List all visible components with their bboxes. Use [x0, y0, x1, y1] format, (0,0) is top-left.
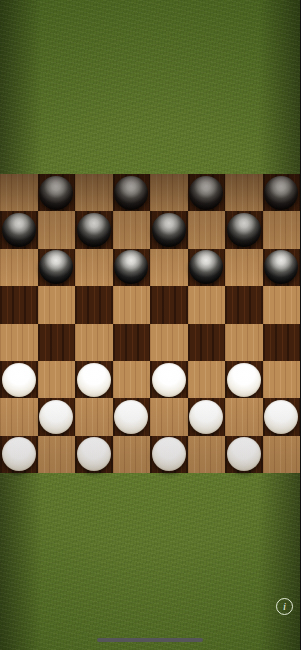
black-piece[interactable] [114, 250, 148, 284]
square-r5c5[interactable] [150, 324, 188, 361]
square-r8c3[interactable] [75, 436, 113, 473]
square-r7c7[interactable] [225, 398, 263, 435]
square-r6c6[interactable] [188, 361, 226, 398]
square-r3c3[interactable] [75, 249, 113, 286]
black-piece[interactable] [264, 250, 298, 284]
square-r7c3[interactable] [75, 398, 113, 435]
black-piece[interactable] [39, 176, 73, 210]
square-r1c3[interactable] [75, 174, 113, 211]
square-r3c6[interactable] [188, 249, 226, 286]
square-r2c3[interactable] [75, 211, 113, 248]
square-r5c8[interactable] [263, 324, 301, 361]
white-piece[interactable] [77, 363, 111, 397]
white-piece[interactable] [189, 400, 223, 434]
square-r7c8[interactable] [263, 398, 301, 435]
white-piece[interactable] [264, 400, 298, 434]
white-piece[interactable] [227, 437, 261, 471]
square-r7c1[interactable] [0, 398, 38, 435]
square-r1c7[interactable] [225, 174, 263, 211]
square-r8c6[interactable] [188, 436, 226, 473]
square-r8c1[interactable] [0, 436, 38, 473]
black-piece[interactable] [114, 176, 148, 210]
app-screen: i [0, 0, 300, 650]
square-r8c8[interactable] [263, 436, 301, 473]
square-r1c6[interactable] [188, 174, 226, 211]
black-piece[interactable] [39, 250, 73, 284]
white-piece[interactable] [114, 400, 148, 434]
white-piece[interactable] [39, 400, 73, 434]
square-r3c1[interactable] [0, 249, 38, 286]
square-r3c2[interactable] [38, 249, 76, 286]
white-piece[interactable] [227, 363, 261, 397]
square-r3c4[interactable] [113, 249, 151, 286]
square-r6c3[interactable] [75, 361, 113, 398]
square-r6c8[interactable] [263, 361, 301, 398]
square-r8c5[interactable] [150, 436, 188, 473]
square-r5c4[interactable] [113, 324, 151, 361]
square-r4c2[interactable] [38, 286, 76, 323]
square-r5c7[interactable] [225, 324, 263, 361]
white-piece[interactable] [2, 437, 36, 471]
black-piece[interactable] [264, 176, 298, 210]
black-piece[interactable] [189, 176, 223, 210]
square-r2c8[interactable] [263, 211, 301, 248]
black-piece[interactable] [2, 213, 36, 247]
square-r2c2[interactable] [38, 211, 76, 248]
white-piece[interactable] [152, 437, 186, 471]
square-r3c5[interactable] [150, 249, 188, 286]
square-r4c6[interactable] [188, 286, 226, 323]
square-r2c6[interactable] [188, 211, 226, 248]
square-r3c7[interactable] [225, 249, 263, 286]
square-r1c8[interactable] [263, 174, 301, 211]
square-r4c4[interactable] [113, 286, 151, 323]
square-r1c2[interactable] [38, 174, 76, 211]
square-r5c3[interactable] [75, 324, 113, 361]
square-r7c2[interactable] [38, 398, 76, 435]
square-r6c2[interactable] [38, 361, 76, 398]
square-r4c5[interactable] [150, 286, 188, 323]
square-r7c5[interactable] [150, 398, 188, 435]
square-r1c1[interactable] [0, 174, 38, 211]
black-piece[interactable] [189, 250, 223, 284]
square-r8c4[interactable] [113, 436, 151, 473]
checkers-board[interactable] [0, 174, 300, 473]
square-r6c4[interactable] [113, 361, 151, 398]
black-piece[interactable] [227, 213, 261, 247]
white-piece[interactable] [152, 363, 186, 397]
square-r3c8[interactable] [263, 249, 301, 286]
square-r6c7[interactable] [225, 361, 263, 398]
square-r5c1[interactable] [0, 324, 38, 361]
square-r8c7[interactable] [225, 436, 263, 473]
square-r2c5[interactable] [150, 211, 188, 248]
square-r4c3[interactable] [75, 286, 113, 323]
square-r5c6[interactable] [188, 324, 226, 361]
square-r4c8[interactable] [263, 286, 301, 323]
white-piece[interactable] [77, 437, 111, 471]
square-r1c4[interactable] [113, 174, 151, 211]
square-r7c6[interactable] [188, 398, 226, 435]
square-r6c1[interactable] [0, 361, 38, 398]
square-r8c2[interactable] [38, 436, 76, 473]
info-icon: i [283, 601, 286, 612]
info-button[interactable]: i [276, 598, 293, 615]
square-r4c7[interactable] [225, 286, 263, 323]
square-r5c2[interactable] [38, 324, 76, 361]
square-r4c1[interactable] [0, 286, 38, 323]
black-piece[interactable] [152, 213, 186, 247]
black-piece[interactable] [77, 213, 111, 247]
square-r2c4[interactable] [113, 211, 151, 248]
square-r2c1[interactable] [0, 211, 38, 248]
square-r6c5[interactable] [150, 361, 188, 398]
square-r7c4[interactable] [113, 398, 151, 435]
white-piece[interactable] [2, 363, 36, 397]
home-indicator[interactable] [97, 638, 203, 642]
square-r1c5[interactable] [150, 174, 188, 211]
square-r2c7[interactable] [225, 211, 263, 248]
